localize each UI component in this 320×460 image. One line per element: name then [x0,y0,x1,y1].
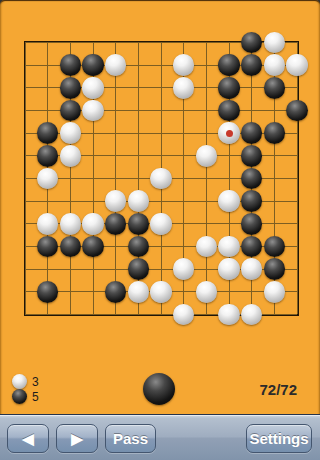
black-stone [241,145,263,167]
board-point[interactable] [59,122,82,145]
board-point[interactable] [172,31,195,54]
board-point[interactable] [82,54,105,77]
board-point[interactable] [36,122,59,145]
board-point[interactable] [240,99,263,122]
settings-button[interactable]: Settings [246,424,312,453]
board-point[interactable] [286,303,309,326]
settings-button-label: Settings [249,430,308,447]
board-point[interactable] [172,303,195,326]
black-stone [241,213,263,235]
board-point[interactable] [150,54,173,77]
board-point[interactable] [195,212,218,235]
white-stone [60,122,82,144]
board-point[interactable] [263,303,286,326]
go-board[interactable] [14,31,309,326]
board-point[interactable] [150,122,173,145]
board-point[interactable] [36,303,59,326]
board-point[interactable] [195,76,218,99]
board-point[interactable] [104,76,127,99]
board-point[interactable] [104,54,127,77]
board-point[interactable] [104,144,127,167]
white-stone [60,145,82,167]
board-point[interactable] [286,212,309,235]
board-point[interactable] [127,190,150,213]
board-point[interactable] [36,99,59,122]
black-captures-stone-icon [12,389,27,404]
white-stone [150,213,172,235]
board-point[interactable] [127,76,150,99]
go-app-screen: 3 5 72/72 ◀ ▶ Pass Settings [0,0,320,460]
white-captures-count: 3 [32,375,39,389]
board-point[interactable] [104,303,127,326]
board-point[interactable] [172,99,195,122]
board-point[interactable] [14,258,37,281]
forward-arrow-icon: ▶ [71,431,83,446]
board-point[interactable] [172,235,195,258]
board-point[interactable] [14,54,37,77]
board-point[interactable] [104,258,127,281]
board-point[interactable] [286,167,309,190]
board-point[interactable] [59,212,82,235]
board-point[interactable] [263,280,286,303]
black-stone [105,281,127,303]
board-point[interactable] [127,99,150,122]
board-point[interactable] [218,280,241,303]
board-point[interactable] [195,303,218,326]
board-point[interactable] [286,280,309,303]
board-point[interactable] [59,280,82,303]
back-button[interactable]: ◀ [7,424,49,453]
board-point[interactable] [218,99,241,122]
board-point[interactable] [59,54,82,77]
white-stone [241,304,263,326]
board-point[interactable] [286,99,309,122]
board-point[interactable] [172,122,195,145]
board-point[interactable] [240,167,263,190]
board-point[interactable] [36,76,59,99]
board-point[interactable] [59,190,82,213]
board-point[interactable] [36,212,59,235]
board-point[interactable] [14,212,37,235]
board-point[interactable] [240,190,263,213]
black-stone [128,258,150,280]
board-point[interactable] [263,54,286,77]
black-stone [82,54,104,76]
white-stone [286,54,308,76]
white-stone [264,54,286,76]
board-point[interactable] [127,31,150,54]
board-point[interactable] [218,144,241,167]
board-point[interactable] [195,99,218,122]
board-point[interactable] [36,31,59,54]
board-point[interactable] [263,235,286,258]
board-point[interactable] [240,122,263,145]
board-point[interactable] [218,303,241,326]
board-point[interactable] [195,235,218,258]
board-point[interactable] [104,190,127,213]
board-point[interactable] [240,212,263,235]
white-stone [173,304,195,326]
board-point[interactable] [172,76,195,99]
white-stone [218,122,240,144]
board-point[interactable] [218,122,241,145]
white-stone [173,258,195,280]
black-stone [218,77,240,99]
board-point[interactable] [150,212,173,235]
board-point[interactable] [172,190,195,213]
board-point[interactable] [263,258,286,281]
board-point[interactable] [263,144,286,167]
board-point[interactable] [218,258,241,281]
white-stone [150,281,172,303]
board-point[interactable] [263,99,286,122]
board-point[interactable] [218,212,241,235]
board-point[interactable] [240,258,263,281]
black-stone [264,77,286,99]
black-stone [60,77,82,99]
white-stone [196,236,218,258]
white-stone [218,304,240,326]
board-point[interactable] [172,258,195,281]
board-point[interactable] [127,167,150,190]
board-point[interactable] [172,280,195,303]
board-point[interactable] [263,190,286,213]
white-stone [37,168,59,190]
black-stone [218,54,240,76]
white-stone [128,190,150,212]
board-point[interactable] [240,54,263,77]
board-point[interactable] [59,235,82,258]
board-point[interactable] [82,258,105,281]
white-stone [82,100,104,122]
board-point[interactable] [14,31,37,54]
board-point[interactable] [263,212,286,235]
board-point[interactable] [14,235,37,258]
black-stone [37,236,59,258]
black-stone [60,100,82,122]
white-stone [218,236,240,258]
board-point[interactable] [195,167,218,190]
pass-button[interactable]: Pass [105,424,156,453]
board-point[interactable] [104,212,127,235]
black-stone [241,168,263,190]
board-point[interactable] [36,190,59,213]
board-point[interactable] [286,258,309,281]
board-point[interactable] [36,167,59,190]
board-point[interactable] [218,54,241,77]
bottom-toolbar: ◀ ▶ Pass Settings [0,414,320,460]
black-stone [128,213,150,235]
board-point[interactable] [82,144,105,167]
board-point[interactable] [150,280,173,303]
board-point[interactable] [127,122,150,145]
black-stone [241,122,263,144]
board-point[interactable] [195,144,218,167]
white-stone [150,168,172,190]
board-point[interactable] [127,235,150,258]
board-point[interactable] [218,76,241,99]
back-arrow-icon: ◀ [22,431,34,446]
board-point[interactable] [195,280,218,303]
black-stone [264,122,286,144]
board-point[interactable] [286,31,309,54]
board-point[interactable] [82,122,105,145]
white-stone [218,190,240,212]
board-point[interactable] [263,167,286,190]
white-stone [60,213,82,235]
black-captures-count: 5 [32,390,39,404]
board-point[interactable] [127,280,150,303]
board-point[interactable] [195,258,218,281]
white-stone [218,258,240,280]
board-point[interactable] [195,190,218,213]
black-stone [60,54,82,76]
board-point[interactable] [14,122,37,145]
board-point[interactable] [240,76,263,99]
board-point[interactable] [59,258,82,281]
board-point[interactable] [82,303,105,326]
board-point[interactable] [218,235,241,258]
board-point[interactable] [263,31,286,54]
board-point[interactable] [14,99,37,122]
board-point[interactable] [150,303,173,326]
board-point[interactable] [82,190,105,213]
white-stone [105,54,127,76]
board-point[interactable] [286,235,309,258]
board-point[interactable] [82,212,105,235]
white-stone [264,32,286,54]
black-stone [60,236,82,258]
board-point[interactable] [263,76,286,99]
black-stone [128,236,150,258]
board-point[interactable] [195,31,218,54]
board-point[interactable] [172,167,195,190]
board-point[interactable] [240,235,263,258]
board-point[interactable] [127,258,150,281]
board-point[interactable] [150,144,173,167]
black-stone [264,236,286,258]
board-point[interactable] [150,258,173,281]
white-stone [241,258,263,280]
board-point[interactable] [263,122,286,145]
black-stone [286,100,308,122]
board-point[interactable] [172,212,195,235]
board-point[interactable] [286,54,309,77]
board-point[interactable] [240,144,263,167]
board-point[interactable] [36,258,59,281]
board-point[interactable] [150,167,173,190]
board-point[interactable] [36,235,59,258]
black-stone [37,281,59,303]
board-point[interactable] [195,54,218,77]
turn-indicator-black-stone [143,373,175,405]
black-stone [37,122,59,144]
board-point[interactable] [195,122,218,145]
white-stone [82,77,104,99]
board-point[interactable] [286,144,309,167]
white-captures-stone-icon [12,374,27,389]
board-point[interactable] [172,54,195,77]
black-stone [241,54,263,76]
board-point[interactable] [240,303,263,326]
white-stone [196,145,218,167]
white-stone [173,77,195,99]
white-stone [82,213,104,235]
board-point[interactable] [104,280,127,303]
board-point[interactable] [59,99,82,122]
board-point[interactable] [150,99,173,122]
board-point[interactable] [240,31,263,54]
board-point[interactable] [104,31,127,54]
board-point[interactable] [82,167,105,190]
board-point[interactable] [104,99,127,122]
black-stone [218,100,240,122]
board-point[interactable] [14,167,37,190]
black-stone [105,213,127,235]
board-point[interactable] [286,76,309,99]
white-stone [37,213,59,235]
board-point[interactable] [127,144,150,167]
board-point[interactable] [36,144,59,167]
white-stone [264,281,286,303]
board-point[interactable] [59,76,82,99]
board-point[interactable] [82,280,105,303]
black-stone [82,236,104,258]
board-point[interactable] [104,235,127,258]
forward-button[interactable]: ▶ [56,424,98,453]
board-point[interactable] [14,144,37,167]
board-point[interactable] [150,31,173,54]
board-point[interactable] [59,167,82,190]
board-point[interactable] [82,76,105,99]
board-point[interactable] [240,280,263,303]
board-point[interactable] [218,167,241,190]
board-point[interactable] [59,31,82,54]
board-point[interactable] [59,303,82,326]
last-move-marker [226,130,233,137]
white-stone [105,190,127,212]
black-stone [241,32,263,54]
board-point[interactable] [59,144,82,167]
board-point[interactable] [150,76,173,99]
board-point[interactable] [104,167,127,190]
board-point[interactable] [286,190,309,213]
black-stone [37,145,59,167]
white-stone [196,281,218,303]
black-stone [241,236,263,258]
pass-button-label: Pass [113,430,148,447]
board-point[interactable] [127,212,150,235]
board-point[interactable] [218,190,241,213]
board-point[interactable] [14,303,37,326]
board-point[interactable] [14,280,37,303]
board-point[interactable] [82,31,105,54]
board-point[interactable] [150,235,173,258]
board-point[interactable] [218,31,241,54]
board-point[interactable] [150,190,173,213]
board-point[interactable] [36,280,59,303]
board-point[interactable] [127,54,150,77]
board-point[interactable] [14,190,37,213]
board-point[interactable] [82,99,105,122]
black-stone [264,258,286,280]
move-counter: 72/72 [259,381,297,398]
white-stone [128,281,150,303]
board-point[interactable] [82,235,105,258]
board-point[interactable] [286,122,309,145]
black-stone [241,190,263,212]
board-point[interactable] [172,144,195,167]
board-point[interactable] [36,54,59,77]
board-point[interactable] [104,122,127,145]
white-stone [173,54,195,76]
board-point[interactable] [14,76,37,99]
board-point[interactable] [127,303,150,326]
